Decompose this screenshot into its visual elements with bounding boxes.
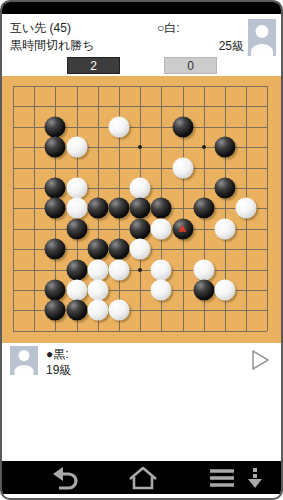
stone-white[interactable]: [87, 280, 108, 301]
stone-white[interactable]: [109, 300, 130, 321]
app-screen: 互い先 (45) 黒時間切れ勝ち ○白: 25級 2 0 ●黒: 19級: [0, 0, 283, 500]
game-type-text: 互い先 (45): [10, 20, 71, 37]
stone-white[interactable]: [87, 300, 108, 321]
stone-black[interactable]: [45, 116, 66, 137]
black-player-rank: 19級: [46, 362, 71, 379]
stone-white[interactable]: [87, 259, 108, 280]
stone-black[interactable]: [66, 300, 87, 321]
stone-white[interactable]: [66, 198, 87, 219]
stone-black[interactable]: [45, 198, 66, 219]
black-captures-counter: 2: [67, 57, 120, 74]
stone-black[interactable]: [172, 116, 193, 137]
stone-white[interactable]: [151, 218, 172, 239]
stone-white[interactable]: [151, 280, 172, 301]
black-player-avatar[interactable]: [10, 346, 38, 375]
menu-icon[interactable]: [207, 465, 237, 491]
stone-black[interactable]: [45, 178, 66, 199]
stone-white[interactable]: [130, 178, 151, 199]
stone-black[interactable]: [87, 239, 108, 260]
stone-black[interactable]: [193, 198, 214, 219]
stone-black[interactable]: [45, 280, 66, 301]
stone-black[interactable]: [215, 178, 236, 199]
stone-white[interactable]: [193, 259, 214, 280]
avatar-torso-icon: [251, 44, 273, 56]
star-point: [202, 145, 206, 149]
last-move-marker: [179, 225, 187, 232]
stone-black[interactable]: [215, 137, 236, 158]
stone-white[interactable]: [109, 259, 130, 280]
stone-black[interactable]: [87, 198, 108, 219]
avatar-head-icon: [19, 350, 30, 361]
back-icon[interactable]: [50, 465, 80, 491]
stone-white[interactable]: [66, 280, 87, 301]
stone-white[interactable]: [215, 218, 236, 239]
stone-white[interactable]: [236, 198, 257, 219]
stone-black[interactable]: [193, 280, 214, 301]
stone-white[interactable]: [66, 178, 87, 199]
status-bar: [2, 2, 281, 14]
stone-black[interactable]: [172, 218, 193, 239]
black-player-label: ●黒:: [46, 346, 69, 363]
play-button[interactable]: [248, 348, 272, 372]
game-info-panel: 互い先 (45) 黒時間切れ勝ち ○白: 25級 2 0: [2, 14, 281, 76]
goban[interactable]: [2, 76, 281, 343]
star-point: [138, 145, 142, 149]
stone-white[interactable]: [66, 137, 87, 158]
white-captures-counter: 0: [164, 57, 217, 74]
stone-black[interactable]: [130, 218, 151, 239]
stone-white[interactable]: [109, 116, 130, 137]
star-point: [138, 268, 142, 272]
stone-black[interactable]: [109, 198, 130, 219]
stone-black[interactable]: [45, 137, 66, 158]
stone-black[interactable]: [45, 300, 66, 321]
grid-line-horizontal: [13, 331, 267, 332]
avatar-torso-icon: [15, 365, 34, 375]
stone-black[interactable]: [130, 198, 151, 219]
stone-white[interactable]: [172, 157, 193, 178]
stone-black[interactable]: [109, 239, 130, 260]
game-result-text: 黒時間切れ勝ち: [10, 37, 95, 54]
stone-white[interactable]: [151, 259, 172, 280]
home-icon[interactable]: [128, 465, 158, 491]
stone-black[interactable]: [151, 198, 172, 219]
stone-black[interactable]: [45, 239, 66, 260]
grid-line-vertical: [267, 86, 268, 331]
avatar-head-icon: [256, 25, 269, 38]
black-player-panel: ●黒: 19級: [2, 343, 281, 379]
white-player-avatar[interactable]: [248, 19, 276, 56]
white-player-rank: 25級: [219, 38, 244, 55]
stone-white[interactable]: [215, 280, 236, 301]
stone-black[interactable]: [66, 218, 87, 239]
stone-white[interactable]: [130, 239, 151, 260]
navigation-bar: [2, 461, 281, 494]
stone-black[interactable]: [66, 259, 87, 280]
white-player-label: ○白:: [157, 20, 180, 37]
hide-bar-icon[interactable]: [245, 465, 265, 491]
